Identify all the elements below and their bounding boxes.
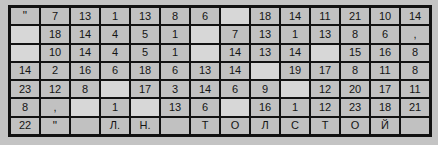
grid-cell-r5c12: 20 [341, 81, 369, 97]
grid-cell-r6c8 [221, 99, 249, 115]
grid-cell-r7c7: Т [191, 118, 219, 134]
grid-cell-r7c9: Л [251, 118, 279, 134]
grid-cell-r1c13: 10 [371, 8, 399, 24]
grid-cell-r5c5: 17 [131, 81, 159, 97]
grid-cell-r4c2: 2 [41, 63, 69, 79]
grid-cell-r3c8: 14 [221, 45, 249, 61]
cryptogram-grid: "71311386181411211014181445171311386,101… [8, 5, 432, 137]
grid-cell-r2c9: 13 [251, 26, 279, 42]
grid-cell-r5c2: 12 [41, 81, 69, 97]
grid-cell-r3c9: 13 [251, 45, 279, 61]
grid-cell-r7c5: Н. [131, 118, 159, 134]
grid-cell-r1c10: 14 [281, 8, 309, 24]
grid-cell-r6c4: 1 [101, 99, 129, 115]
grid-cell-r3c5: 5 [131, 45, 159, 61]
grid-cell-r4c8: 14 [221, 63, 249, 79]
grid-cell-r2c14: , [401, 26, 429, 42]
grid-cell-r1c14: 14 [401, 8, 429, 24]
grid-cell-r6c1: 8 [11, 99, 39, 115]
grid-cell-r7c1: 22 [11, 118, 39, 134]
grid-cell-r3c3: 14 [71, 45, 99, 61]
grid-cell-r5c13: 17 [371, 81, 399, 97]
grid-cell-r6c14: 21 [401, 99, 429, 115]
grid-cell-r5c7: 14 [191, 81, 219, 97]
grid-cell-r2c6: 1 [161, 26, 189, 42]
grid-cell-r3c4: 4 [101, 45, 129, 61]
grid-cell-r2c13: 6 [371, 26, 399, 42]
grid-cell-r6c10: 1 [281, 99, 309, 115]
grid-cell-r4c6: 6 [161, 63, 189, 79]
grid-cell-r7c2: " [41, 118, 69, 134]
grid-cell-r2c4: 4 [101, 26, 129, 42]
grid-cell-r6c7: 6 [191, 99, 219, 115]
grid-cell-r2c11: 13 [311, 26, 339, 42]
grid-cell-r4c5: 18 [131, 63, 159, 79]
grid-cell-r4c3: 16 [71, 63, 99, 79]
grid-cell-r6c2: , [41, 99, 69, 115]
grid-cell-r4c13: 11 [371, 63, 399, 79]
grid-cell-r3c14: 8 [401, 45, 429, 61]
grid-cell-r7c12: О [341, 118, 369, 134]
grid-cell-r3c12: 15 [341, 45, 369, 61]
grid-cell-r7c8: О [221, 118, 249, 134]
grid-cell-r4c10: 19 [281, 63, 309, 79]
grid-cell-r6c12: 23 [341, 99, 369, 115]
grid-cell-r5c6: 3 [161, 81, 189, 97]
grid-cell-r4c1: 14 [11, 63, 39, 79]
grid-cell-r4c14: 8 [401, 63, 429, 79]
grid-cell-r7c11: Т [311, 118, 339, 134]
grid-cell-r1c1: " [11, 8, 39, 24]
grid-cell-r2c8: 7 [221, 26, 249, 42]
grid-cell-r1c7: 6 [191, 8, 219, 24]
grid-cell-r1c2: 7 [41, 8, 69, 24]
grid-cell-r2c5: 5 [131, 26, 159, 42]
grid-cell-r5c9: 9 [251, 81, 279, 97]
grid-cell-r1c6: 8 [161, 8, 189, 24]
grid-cell-r1c4: 1 [101, 8, 129, 24]
grid-cell-r5c11: 12 [311, 81, 339, 97]
grid-cell-r4c7: 13 [191, 63, 219, 79]
grid-cell-r1c3: 13 [71, 8, 99, 24]
grid-cell-r2c7 [191, 26, 219, 42]
grid-cell-r5c3: 8 [71, 81, 99, 97]
grid-cell-r3c13: 16 [371, 45, 399, 61]
grid-cell-r5c1: 23 [11, 81, 39, 97]
grid-cell-r2c3: 14 [71, 26, 99, 42]
grid-cell-r7c6 [161, 118, 189, 134]
grid-cell-r1c8 [221, 8, 249, 24]
grid-cell-r4c9 [251, 63, 279, 79]
grid-cell-r7c14 [401, 118, 429, 134]
grid-cell-r1c9: 18 [251, 8, 279, 24]
grid-cell-r3c7 [191, 45, 219, 61]
grid-cell-r7c13: Й [371, 118, 399, 134]
grid-cell-r6c6: 13 [161, 99, 189, 115]
grid-cell-r7c4: Л. [101, 118, 129, 134]
grid-cell-r1c5: 13 [131, 8, 159, 24]
grid-cell-r3c1 [11, 45, 39, 61]
grid-cell-r4c12: 8 [341, 63, 369, 79]
grid-cell-r2c10: 1 [281, 26, 309, 42]
grid-cell-r4c4: 6 [101, 63, 129, 79]
grid-cell-r6c5 [131, 99, 159, 115]
grid-cell-r3c11 [311, 45, 339, 61]
grid-cell-r2c1 [11, 26, 39, 42]
grid-cell-r2c12: 8 [341, 26, 369, 42]
grid-cell-r2c2: 18 [41, 26, 69, 42]
grid-cell-r3c6: 1 [161, 45, 189, 61]
grid-cell-r4c11: 17 [311, 63, 339, 79]
grid-cell-r5c14: 11 [401, 81, 429, 97]
grid-cell-r7c3 [71, 118, 99, 134]
grid-cell-r5c4 [101, 81, 129, 97]
grid-cell-r3c10: 14 [281, 45, 309, 61]
grid-cell-r6c3 [71, 99, 99, 115]
grid-cell-r1c12: 21 [341, 8, 369, 24]
grid-cell-r3c2: 10 [41, 45, 69, 61]
grid-cell-r6c11: 12 [311, 99, 339, 115]
grid-cell-r7c10: С [281, 118, 309, 134]
grid-cell-r6c13: 18 [371, 99, 399, 115]
grid-cell-r5c8: 6 [221, 81, 249, 97]
grid-cell-r6c9: 16 [251, 99, 279, 115]
grid-cell-r5c10 [281, 81, 309, 97]
grid-cell-r1c11: 11 [311, 8, 339, 24]
